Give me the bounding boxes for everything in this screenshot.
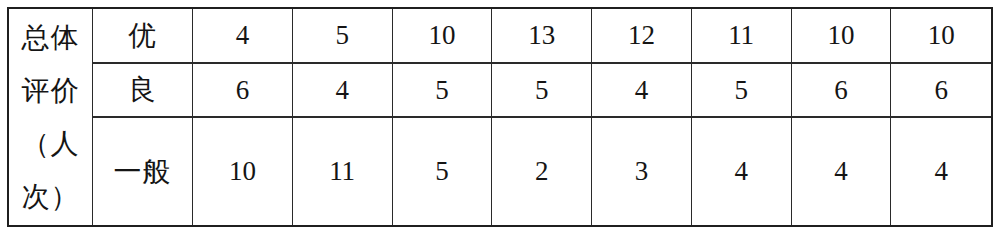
table-cell-good-5: 4 [592, 64, 692, 118]
table-cell-average-6: 4 [692, 118, 792, 225]
table-cell-excellent-8: 10 [891, 9, 991, 64]
table-cell-average-7: 4 [792, 118, 892, 225]
table-cell-good-8: 6 [891, 64, 991, 118]
table-cell-good-7: 6 [792, 64, 892, 118]
table-cell-excellent-5: 12 [592, 9, 692, 64]
table-cell-average-1: 10 [193, 118, 293, 225]
table-cell-excellent-1: 4 [193, 9, 293, 64]
table-cell-good-1: 6 [193, 64, 293, 118]
table-cell-average-4: 2 [492, 118, 592, 225]
row-label-excellent: 优 [93, 9, 193, 64]
table-cell-average-8: 4 [891, 118, 991, 225]
table-cell-excellent-4: 13 [492, 9, 592, 64]
table-header-overall-evaluation: 总体 评价 （人 次） [9, 9, 93, 225]
table-cell-good-3: 5 [393, 64, 493, 118]
table-cell-excellent-2: 5 [293, 9, 393, 64]
table-cell-average-2: 11 [293, 118, 393, 225]
overall-evaluation-table: 总体 评价 （人 次） 优 4 5 10 13 12 11 10 10 良 6 … [7, 7, 993, 227]
table-cell-excellent-3: 10 [393, 9, 493, 64]
table-cell-excellent-7: 10 [792, 9, 892, 64]
row-label-average: 一般 [93, 118, 193, 225]
table-cell-good-2: 4 [293, 64, 393, 118]
table-cell-good-4: 5 [492, 64, 592, 118]
table-cell-average-3: 5 [393, 118, 493, 225]
row-label-good: 良 [93, 64, 193, 118]
table-cell-excellent-6: 11 [692, 9, 792, 64]
table-cell-good-6: 5 [692, 64, 792, 118]
table-cell-average-5: 3 [592, 118, 692, 225]
